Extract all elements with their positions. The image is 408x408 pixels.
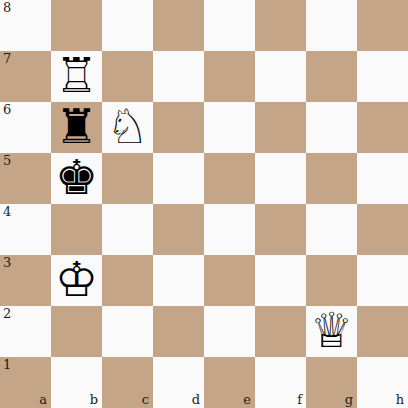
square-f1[interactable]: f	[255, 357, 306, 408]
rank-label-7: 7	[3, 52, 11, 66]
square-h7[interactable]	[357, 51, 408, 102]
square-a1[interactable]: 1a	[0, 357, 51, 408]
square-e1[interactable]: e	[204, 357, 255, 408]
square-g5[interactable]	[306, 153, 357, 204]
square-e2[interactable]	[204, 306, 255, 357]
square-b8[interactable]	[51, 0, 102, 51]
rank-label-2: 2	[3, 307, 11, 321]
square-c7[interactable]	[102, 51, 153, 102]
square-d4[interactable]	[153, 204, 204, 255]
rank-label-6: 6	[3, 103, 11, 117]
square-g2[interactable]: ♕	[306, 306, 357, 357]
square-c4[interactable]	[102, 204, 153, 255]
file-label-b: b	[90, 393, 98, 407]
square-c6[interactable]: ♘	[102, 102, 153, 153]
square-b1[interactable]: b	[51, 357, 102, 408]
square-d6[interactable]	[153, 102, 204, 153]
rank-label-4: 4	[3, 205, 11, 219]
square-b5[interactable]: ♚	[51, 153, 102, 204]
square-f6[interactable]	[255, 102, 306, 153]
rank-label-3: 3	[3, 256, 11, 270]
file-label-a: a	[39, 393, 47, 407]
square-b4[interactable]	[51, 204, 102, 255]
file-label-c: c	[142, 393, 149, 407]
square-h1[interactable]: h	[357, 357, 408, 408]
square-e6[interactable]	[204, 102, 255, 153]
square-a4[interactable]: 4	[0, 204, 51, 255]
square-d1[interactable]: d	[153, 357, 204, 408]
square-f5[interactable]	[255, 153, 306, 204]
file-label-d: d	[192, 393, 200, 407]
square-a2[interactable]: 2	[0, 306, 51, 357]
square-e4[interactable]	[204, 204, 255, 255]
square-d8[interactable]	[153, 0, 204, 51]
square-f4[interactable]	[255, 204, 306, 255]
square-h3[interactable]	[357, 255, 408, 306]
square-g8[interactable]	[306, 0, 357, 51]
piece-white-queen[interactable]: ♕	[310, 305, 353, 356]
square-d3[interactable]	[153, 255, 204, 306]
file-label-e: e	[243, 393, 251, 407]
rank-label-1: 1	[3, 358, 11, 372]
square-g6[interactable]	[306, 102, 357, 153]
square-h2[interactable]	[357, 306, 408, 357]
square-h8[interactable]	[357, 0, 408, 51]
square-d2[interactable]	[153, 306, 204, 357]
square-a7[interactable]: 7	[0, 51, 51, 102]
square-a6[interactable]: 6	[0, 102, 51, 153]
square-g7[interactable]	[306, 51, 357, 102]
square-a8[interactable]: 8	[0, 0, 51, 51]
square-c8[interactable]	[102, 0, 153, 51]
square-f7[interactable]	[255, 51, 306, 102]
chess-board: 87♖6♜♘5♚43♔2♕1abcdefgh	[0, 0, 408, 408]
square-b6[interactable]: ♜	[51, 102, 102, 153]
square-c2[interactable]	[102, 306, 153, 357]
square-c5[interactable]	[102, 153, 153, 204]
file-label-h: h	[396, 393, 404, 407]
square-a5[interactable]: 5	[0, 153, 51, 204]
piece-black-king[interactable]: ♚	[55, 152, 98, 203]
file-label-f: f	[297, 393, 302, 407]
square-f3[interactable]	[255, 255, 306, 306]
square-b7[interactable]: ♖	[51, 51, 102, 102]
square-g3[interactable]	[306, 255, 357, 306]
square-g1[interactable]: g	[306, 357, 357, 408]
square-h6[interactable]	[357, 102, 408, 153]
square-h5[interactable]	[357, 153, 408, 204]
file-label-g: g	[345, 393, 353, 407]
square-b2[interactable]	[51, 306, 102, 357]
piece-white-rook[interactable]: ♖	[55, 50, 98, 101]
square-f8[interactable]	[255, 0, 306, 51]
square-e7[interactable]	[204, 51, 255, 102]
square-e3[interactable]	[204, 255, 255, 306]
square-h4[interactable]	[357, 204, 408, 255]
rank-label-5: 5	[3, 154, 11, 168]
rank-label-8: 8	[3, 1, 11, 15]
square-d7[interactable]	[153, 51, 204, 102]
piece-black-rook[interactable]: ♜	[55, 101, 98, 152]
square-b3[interactable]: ♔	[51, 255, 102, 306]
square-c1[interactable]: c	[102, 357, 153, 408]
square-a3[interactable]: 3	[0, 255, 51, 306]
square-e8[interactable]	[204, 0, 255, 51]
square-g4[interactable]	[306, 204, 357, 255]
square-f2[interactable]	[255, 306, 306, 357]
piece-white-knight[interactable]: ♘	[106, 101, 149, 152]
square-d5[interactable]	[153, 153, 204, 204]
piece-white-king[interactable]: ♔	[55, 254, 98, 305]
square-e5[interactable]	[204, 153, 255, 204]
square-c3[interactable]	[102, 255, 153, 306]
